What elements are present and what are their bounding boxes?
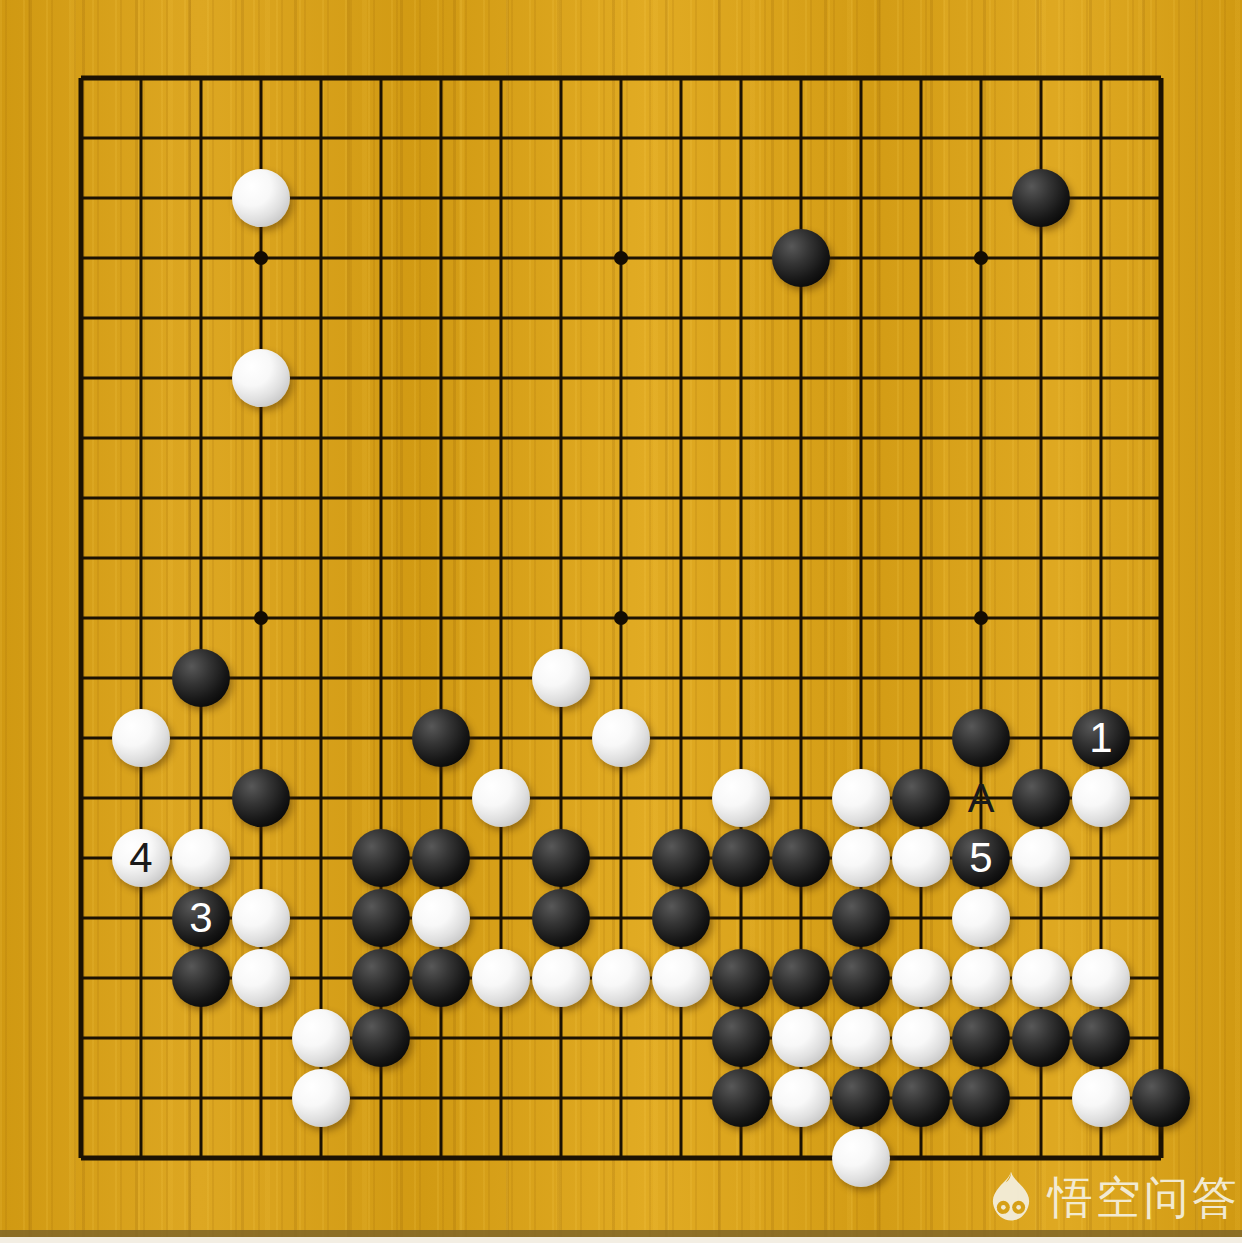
stone-black [712, 1009, 770, 1067]
stone-black [232, 769, 290, 827]
stone-black [352, 829, 410, 887]
stone-black [832, 1069, 890, 1127]
stone-black [832, 949, 890, 1007]
stone-black [772, 829, 830, 887]
stone-black [892, 1069, 950, 1127]
stone-black [412, 709, 470, 767]
stone-black [652, 889, 710, 947]
stone-black [1012, 769, 1070, 827]
stone-white [232, 169, 290, 227]
stone-white [892, 1009, 950, 1067]
stone-black [352, 889, 410, 947]
star-point [254, 611, 268, 625]
stone-white [892, 949, 950, 1007]
star-point [974, 251, 988, 265]
stone-white [592, 949, 650, 1007]
stone-white [532, 949, 590, 1007]
star-point [614, 251, 628, 265]
stone-black [952, 1069, 1010, 1127]
stone-black [952, 1009, 1010, 1067]
stone-white [832, 1129, 890, 1187]
stone-black [712, 949, 770, 1007]
stone-black [1012, 1009, 1070, 1067]
stone-white [172, 829, 230, 887]
stone-white [952, 949, 1010, 1007]
stone-black [412, 829, 470, 887]
stone-black [772, 229, 830, 287]
page-background-strip [0, 1237, 1242, 1243]
stone-black [1132, 1069, 1190, 1127]
stone-black [952, 829, 1010, 887]
stone-white [952, 889, 1010, 947]
stone-black [172, 949, 230, 1007]
stone-white [292, 1009, 350, 1067]
stone-black [532, 829, 590, 887]
stone-white [232, 949, 290, 1007]
watermark: 悟空问答 [984, 1168, 1240, 1226]
stone-white [892, 829, 950, 887]
stone-black [952, 709, 1010, 767]
stone-black [352, 1009, 410, 1067]
stone-white [112, 829, 170, 887]
stone-white [1072, 769, 1130, 827]
stone-white [1072, 949, 1130, 1007]
stone-black [1072, 709, 1130, 767]
stone-white [412, 889, 470, 947]
stone-white [832, 1009, 890, 1067]
stone-white [772, 1069, 830, 1127]
stone-white [232, 349, 290, 407]
stone-black [652, 829, 710, 887]
star-point [614, 611, 628, 625]
stone-white [1012, 829, 1070, 887]
stone-black [1012, 169, 1070, 227]
stone-black [1072, 1009, 1130, 1067]
stone-white [1072, 1069, 1130, 1127]
stone-black [712, 829, 770, 887]
stone-black [892, 769, 950, 827]
watermark-text: 悟空问答 [1048, 1175, 1240, 1220]
stone-black [832, 889, 890, 947]
star-point [254, 251, 268, 265]
stone-white [652, 949, 710, 1007]
board-bottom-edge [0, 1230, 1242, 1237]
stone-black [412, 949, 470, 1007]
stone-white [712, 769, 770, 827]
star-point [974, 611, 988, 625]
go-board-diagram: 1345A 悟空问答 [0, 0, 1242, 1243]
stone-white [232, 889, 290, 947]
stone-white [592, 709, 650, 767]
stone-black [712, 1069, 770, 1127]
stone-black [172, 649, 230, 707]
stone-white [112, 709, 170, 767]
stone-white [532, 649, 590, 707]
stone-black [772, 949, 830, 1007]
stone-white [832, 769, 890, 827]
stone-white [832, 829, 890, 887]
wukong-flame-logo-icon [984, 1170, 1038, 1224]
stone-white [772, 1009, 830, 1067]
stone-black [352, 949, 410, 1007]
stone-white [472, 769, 530, 827]
stone-white [1012, 949, 1070, 1007]
stone-white [472, 949, 530, 1007]
stone-white [292, 1069, 350, 1127]
stone-black [172, 889, 230, 947]
stone-black [532, 889, 590, 947]
